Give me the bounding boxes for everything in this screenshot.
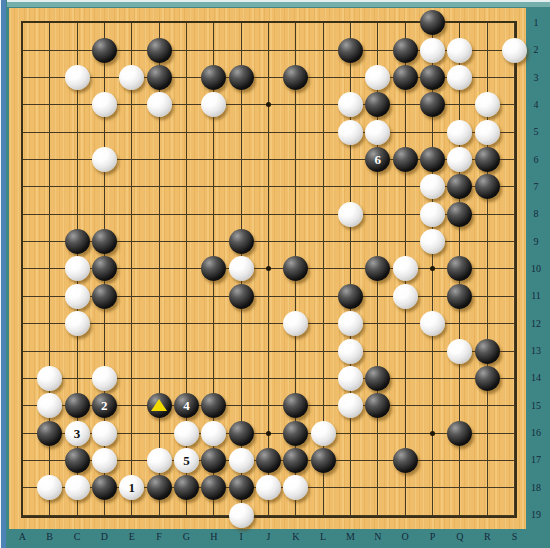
stone-white (338, 311, 363, 336)
stone-black (65, 393, 90, 418)
stone-black (447, 421, 472, 446)
stone-black (65, 448, 90, 473)
stone-black: 4 (174, 393, 199, 418)
move-number-label: 5 (183, 454, 190, 467)
stone-white (338, 202, 363, 227)
stone-white (65, 65, 90, 90)
stone-black (201, 448, 226, 473)
row-label: 6 (526, 154, 546, 165)
row-label: 2 (526, 44, 546, 55)
row-label: 9 (526, 236, 546, 247)
move-number-label: 6 (375, 153, 382, 166)
stone-black (229, 284, 254, 309)
row-label: 12 (526, 318, 546, 329)
stone-white: 3 (65, 421, 90, 446)
stone-white (92, 448, 117, 473)
stone-black (338, 284, 363, 309)
stone-white (338, 339, 363, 364)
panel-left-edge (0, 0, 7, 548)
move-number-label: 3 (74, 427, 81, 440)
star-point (430, 431, 435, 436)
row-label: 10 (526, 263, 546, 274)
stone-black (92, 284, 117, 309)
go-board[interactable]: 624351 (9, 8, 526, 529)
row-label: 13 (526, 345, 546, 356)
stone-white (147, 448, 172, 473)
column-label: M (343, 531, 359, 542)
move-number-label: 4 (183, 399, 190, 412)
row-label: 1 (526, 17, 546, 28)
column-label: D (96, 531, 112, 542)
stone-white (37, 366, 62, 391)
stone-white (420, 38, 445, 63)
stone-black (393, 147, 418, 172)
column-label: H (206, 531, 222, 542)
stone-black (147, 475, 172, 500)
stone-white (65, 311, 90, 336)
stone-black (229, 65, 254, 90)
stone-black (174, 475, 199, 500)
stone-white (393, 284, 418, 309)
stone-black: 2 (92, 393, 117, 418)
star-point (266, 431, 271, 436)
stone-white (92, 366, 117, 391)
stone-black (147, 38, 172, 63)
stone-black (147, 65, 172, 90)
stone-black (475, 366, 500, 391)
stone-black (65, 229, 90, 254)
column-label: G (178, 531, 194, 542)
column-label: F (151, 531, 167, 542)
stone-black (475, 339, 500, 364)
stone-black (37, 421, 62, 446)
stone-black (420, 147, 445, 172)
row-label: 8 (526, 208, 546, 219)
stone-black (229, 229, 254, 254)
column-label: K (288, 531, 304, 542)
stone-white (475, 120, 500, 145)
row-label: 11 (526, 290, 546, 301)
stone-white (338, 120, 363, 145)
go-board-panel: 624351 ABCDEFGHIJKLMNOPQRS12345678910111… (0, 0, 550, 548)
stone-white (174, 421, 199, 446)
column-label: O (397, 531, 413, 542)
stone-black (447, 202, 472, 227)
stone-white (502, 38, 527, 63)
stone-white (447, 120, 472, 145)
stone-white (420, 229, 445, 254)
stone-black (393, 65, 418, 90)
stone-black (338, 38, 363, 63)
stone-white (447, 339, 472, 364)
move-number-label: 1 (128, 481, 135, 494)
stone-black (393, 448, 418, 473)
stone-white (65, 284, 90, 309)
column-label: J (260, 531, 276, 542)
column-label: R (479, 531, 495, 542)
stone-black (147, 393, 172, 418)
stone-white (365, 120, 390, 145)
row-label: 19 (526, 509, 546, 520)
stone-black (420, 65, 445, 90)
stone-white (311, 421, 336, 446)
stone-black (475, 174, 500, 199)
column-label: C (69, 531, 85, 542)
stone-black (92, 229, 117, 254)
stone-black (393, 38, 418, 63)
stone-white (420, 202, 445, 227)
stone-white (338, 366, 363, 391)
column-label: I (233, 531, 249, 542)
triangle-marker-icon (151, 399, 167, 411)
row-label: 15 (526, 400, 546, 411)
stone-black (229, 475, 254, 500)
column-label: N (370, 531, 386, 542)
stone-black (92, 475, 117, 500)
stone-white (65, 475, 90, 500)
row-label: 7 (526, 181, 546, 192)
stone-white (92, 147, 117, 172)
panel-top-edge (0, 0, 550, 7)
row-label: 5 (526, 126, 546, 137)
column-label: B (42, 531, 58, 542)
stone-white: 5 (174, 448, 199, 473)
column-label: P (425, 531, 441, 542)
stone-black (92, 38, 117, 63)
row-label: 3 (526, 72, 546, 83)
stone-black (229, 421, 254, 446)
column-label: Q (452, 531, 468, 542)
row-label: 17 (526, 454, 546, 465)
row-label: 4 (526, 99, 546, 110)
row-label: 16 (526, 427, 546, 438)
row-label: 14 (526, 372, 546, 383)
stone-white (92, 421, 117, 446)
move-number-label: 2 (101, 399, 108, 412)
column-label: E (124, 531, 140, 542)
row-label: 18 (526, 482, 546, 493)
column-label: A (14, 531, 30, 542)
column-label: S (507, 531, 523, 542)
stone-white (147, 92, 172, 117)
stone-white (229, 503, 254, 528)
stone-black (475, 147, 500, 172)
stone-white (201, 421, 226, 446)
stone-black (283, 421, 308, 446)
stone-white (393, 256, 418, 281)
stone-white (229, 448, 254, 473)
stone-white (229, 256, 254, 281)
stone-white (65, 256, 90, 281)
stone-black (256, 448, 281, 473)
stone-white (475, 92, 500, 117)
column-label: L (315, 531, 331, 542)
stone-black (311, 448, 336, 473)
stone-white (447, 38, 472, 63)
